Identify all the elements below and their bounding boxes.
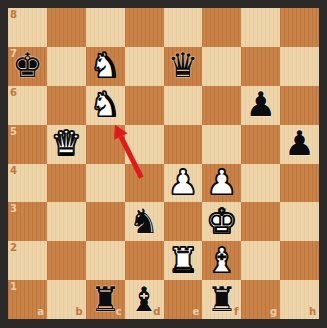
- square-f2[interactable]: ♝: [202, 241, 241, 280]
- square-h1[interactable]: h: [280, 280, 319, 319]
- square-f6[interactable]: [202, 86, 241, 125]
- square-h4[interactable]: [280, 164, 319, 203]
- square-e4[interactable]: ♟: [164, 164, 203, 203]
- square-a4[interactable]: 4: [8, 164, 47, 203]
- file-label-h: h: [309, 307, 316, 317]
- square-b7[interactable]: [47, 47, 86, 86]
- square-g5[interactable]: [241, 125, 280, 164]
- square-e6[interactable]: [164, 86, 203, 125]
- square-d1[interactable]: d♝: [125, 280, 164, 319]
- square-b3[interactable]: [47, 202, 86, 241]
- piece-black-knight-d3[interactable]: ♞: [125, 202, 164, 241]
- piece-white-pawn-f4[interactable]: ♟: [202, 164, 241, 203]
- square-a5[interactable]: 5: [8, 125, 47, 164]
- square-e3[interactable]: [164, 202, 203, 241]
- square-c6[interactable]: ♞: [86, 86, 125, 125]
- square-g2[interactable]: [241, 241, 280, 280]
- rank-label-5: 5: [10, 127, 17, 137]
- piece-black-rook-f1[interactable]: ♜: [202, 280, 241, 319]
- piece-black-king-a7[interactable]: ♚: [8, 47, 47, 86]
- piece-white-pawn-e4[interactable]: ♟: [164, 164, 203, 203]
- square-c8[interactable]: [86, 8, 125, 47]
- square-e1[interactable]: e: [164, 280, 203, 319]
- square-d6[interactable]: [125, 86, 164, 125]
- square-f5[interactable]: [202, 125, 241, 164]
- chess-board-frame: 87♚♞♛6♞♟5♛♟4♟♟3♞♚2♜♝1abc♜d♝ef♜gh: [0, 0, 327, 328]
- square-c1[interactable]: c♜: [86, 280, 125, 319]
- square-f1[interactable]: f♜: [202, 280, 241, 319]
- square-c4[interactable]: [86, 164, 125, 203]
- square-d2[interactable]: [125, 241, 164, 280]
- file-label-b: b: [76, 307, 83, 317]
- square-e5[interactable]: [164, 125, 203, 164]
- square-a7[interactable]: 7♚: [8, 47, 47, 86]
- file-label-g: g: [270, 307, 277, 317]
- square-f4[interactable]: ♟: [202, 164, 241, 203]
- square-c2[interactable]: [86, 241, 125, 280]
- square-a2[interactable]: 2: [8, 241, 47, 280]
- square-b4[interactable]: [47, 164, 86, 203]
- piece-black-pawn-h5[interactable]: ♟: [280, 125, 319, 164]
- square-h3[interactable]: [280, 202, 319, 241]
- piece-white-queen-b5[interactable]: ♛: [47, 125, 86, 164]
- square-g4[interactable]: [241, 164, 280, 203]
- rank-label-1: 1: [10, 282, 17, 292]
- piece-black-bishop-d1[interactable]: ♝: [125, 280, 164, 319]
- square-c7[interactable]: ♞: [86, 47, 125, 86]
- chess-board: 87♚♞♛6♞♟5♛♟4♟♟3♞♚2♜♝1abc♜d♝ef♜gh: [8, 8, 319, 319]
- file-label-e: e: [193, 307, 200, 317]
- square-c5[interactable]: [86, 125, 125, 164]
- rank-label-3: 3: [10, 204, 17, 214]
- square-b6[interactable]: [47, 86, 86, 125]
- piece-white-king-f3[interactable]: ♚: [202, 202, 241, 241]
- square-d3[interactable]: ♞: [125, 202, 164, 241]
- square-f7[interactable]: [202, 47, 241, 86]
- square-d4[interactable]: [125, 164, 164, 203]
- square-h5[interactable]: ♟: [280, 125, 319, 164]
- piece-black-queen-e7[interactable]: ♛: [164, 47, 203, 86]
- square-e7[interactable]: ♛: [164, 47, 203, 86]
- square-c3[interactable]: [86, 202, 125, 241]
- square-g7[interactable]: [241, 47, 280, 86]
- square-b5[interactable]: ♛: [47, 125, 86, 164]
- file-label-a: a: [37, 307, 44, 317]
- square-a1[interactable]: 1a: [8, 280, 47, 319]
- square-g6[interactable]: ♟: [241, 86, 280, 125]
- piece-white-bishop-f2[interactable]: ♝: [202, 241, 241, 280]
- square-f8[interactable]: [202, 8, 241, 47]
- piece-white-knight-c7[interactable]: ♞: [86, 47, 125, 86]
- square-g1[interactable]: g: [241, 280, 280, 319]
- square-a6[interactable]: 6: [8, 86, 47, 125]
- rank-label-4: 4: [10, 166, 17, 176]
- square-a3[interactable]: 3: [8, 202, 47, 241]
- square-h2[interactable]: [280, 241, 319, 280]
- rank-label-2: 2: [10, 243, 17, 253]
- square-h6[interactable]: [280, 86, 319, 125]
- piece-white-knight-c6[interactable]: ♞: [86, 86, 125, 125]
- square-h7[interactable]: [280, 47, 319, 86]
- piece-white-rook-e2[interactable]: ♜: [164, 241, 203, 280]
- square-d8[interactable]: [125, 8, 164, 47]
- piece-black-rook-c1[interactable]: ♜: [86, 280, 125, 319]
- square-f3[interactable]: ♚: [202, 202, 241, 241]
- square-b1[interactable]: b: [47, 280, 86, 319]
- square-b8[interactable]: [47, 8, 86, 47]
- rank-label-6: 6: [10, 88, 17, 98]
- square-h8[interactable]: [280, 8, 319, 47]
- square-d5[interactable]: [125, 125, 164, 164]
- square-g8[interactable]: [241, 8, 280, 47]
- square-d7[interactable]: [125, 47, 164, 86]
- square-a8[interactable]: 8: [8, 8, 47, 47]
- square-g3[interactable]: [241, 202, 280, 241]
- piece-black-pawn-g6[interactable]: ♟: [241, 86, 280, 125]
- square-e8[interactable]: [164, 8, 203, 47]
- rank-label-8: 8: [10, 10, 17, 20]
- square-e2[interactable]: ♜: [164, 241, 203, 280]
- square-b2[interactable]: [47, 241, 86, 280]
